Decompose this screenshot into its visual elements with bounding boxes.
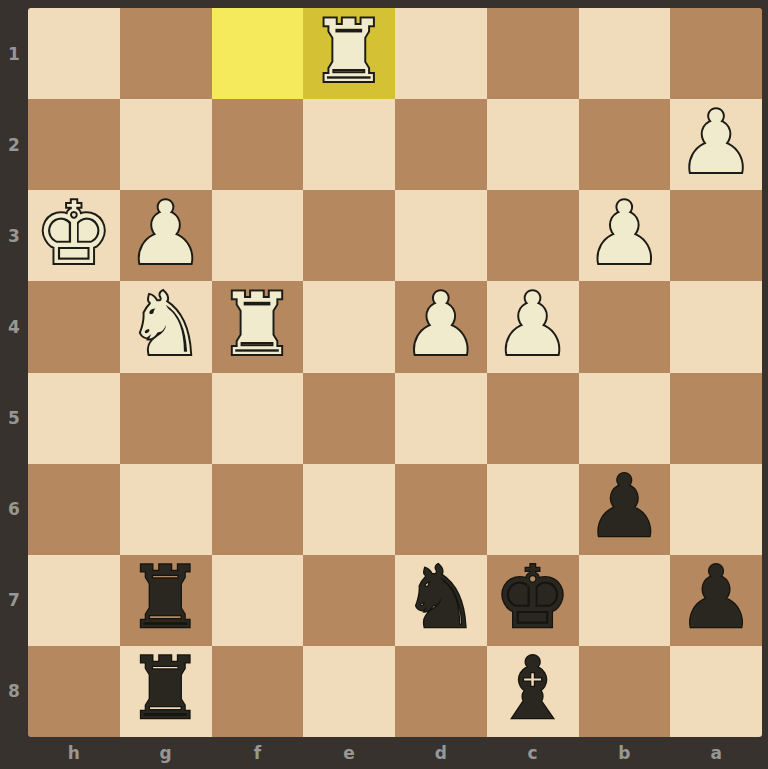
file-label-a: a [670,737,762,769]
square-g5[interactable] [120,373,212,464]
square-b2[interactable] [579,99,671,190]
square-h1[interactable] [28,8,120,99]
square-d8[interactable] [395,646,487,737]
square-d6[interactable] [395,464,487,555]
square-b4[interactable] [579,281,671,372]
square-d1[interactable] [395,8,487,99]
square-g1[interactable] [120,8,212,99]
square-e6[interactable] [303,464,395,555]
rank-label-7: 7 [0,555,28,646]
square-a2[interactable]: ♟ [670,99,762,190]
square-f3[interactable] [212,190,304,281]
piece-black-pawn[interactable]: ♟ [678,554,755,640]
square-f1[interactable] [212,8,304,99]
square-h7[interactable] [28,555,120,646]
file-label-d: d [395,737,487,769]
file-label-f: f [212,737,304,769]
square-e5[interactable] [303,373,395,464]
chess-board: ♜♟♚♟♟♞♜♟♟♟♜♞♚♟♜♝ [28,8,762,737]
rank-label-1: 1 [0,8,28,99]
file-label-h: h [28,737,120,769]
piece-white-rook[interactable]: ♜ [219,281,296,367]
square-f7[interactable] [212,555,304,646]
square-h4[interactable] [28,281,120,372]
square-a7[interactable]: ♟ [670,555,762,646]
square-g4[interactable]: ♞ [120,281,212,372]
square-e4[interactable] [303,281,395,372]
square-h6[interactable] [28,464,120,555]
piece-black-rook[interactable]: ♜ [127,645,204,731]
file-label-b: b [579,737,671,769]
square-b8[interactable] [579,646,671,737]
piece-black-knight[interactable]: ♞ [402,554,479,640]
square-g8[interactable]: ♜ [120,646,212,737]
square-d3[interactable] [395,190,487,281]
piece-white-king[interactable]: ♚ [35,190,112,276]
square-e3[interactable] [303,190,395,281]
square-e7[interactable] [303,555,395,646]
square-c3[interactable] [487,190,579,281]
square-b7[interactable] [579,555,671,646]
square-b5[interactable] [579,373,671,464]
square-a4[interactable] [670,281,762,372]
square-d7[interactable]: ♞ [395,555,487,646]
square-e8[interactable] [303,646,395,737]
square-g7[interactable]: ♜ [120,555,212,646]
square-a8[interactable] [670,646,762,737]
square-c7[interactable]: ♚ [487,555,579,646]
square-g3[interactable]: ♟ [120,190,212,281]
square-c1[interactable] [487,8,579,99]
square-a3[interactable] [670,190,762,281]
piece-white-pawn[interactable]: ♟ [127,190,204,276]
square-f6[interactable] [212,464,304,555]
square-c2[interactable] [487,99,579,190]
piece-white-rook[interactable]: ♜ [311,8,388,94]
piece-white-pawn[interactable]: ♟ [402,281,479,367]
chess-app-window: ♜♟♚♟♟♞♜♟♟♟♜♞♚♟♜♝ 12345678hgfedcba [0,0,768,769]
rank-label-5: 5 [0,373,28,464]
rank-label-4: 4 [0,281,28,372]
square-g6[interactable] [120,464,212,555]
square-h8[interactable] [28,646,120,737]
square-d2[interactable] [395,99,487,190]
square-c4[interactable]: ♟ [487,281,579,372]
square-a6[interactable] [670,464,762,555]
square-e1[interactable]: ♜ [303,8,395,99]
square-b6[interactable]: ♟ [579,464,671,555]
square-b1[interactable] [579,8,671,99]
square-d4[interactable]: ♟ [395,281,487,372]
square-a5[interactable] [670,373,762,464]
file-label-g: g [120,737,212,769]
file-label-c: c [487,737,579,769]
square-f8[interactable] [212,646,304,737]
piece-white-knight[interactable]: ♞ [127,281,204,367]
piece-black-bishop[interactable]: ♝ [494,645,571,731]
square-a1[interactable] [670,8,762,99]
file-label-e: e [303,737,395,769]
piece-white-pawn[interactable]: ♟ [678,99,755,185]
square-h3[interactable]: ♚ [28,190,120,281]
square-c8[interactable]: ♝ [487,646,579,737]
piece-black-rook[interactable]: ♜ [127,554,204,640]
rank-label-8: 8 [0,646,28,737]
rank-label-2: 2 [0,99,28,190]
square-b3[interactable]: ♟ [579,190,671,281]
rank-label-3: 3 [0,190,28,281]
square-e2[interactable] [303,99,395,190]
piece-white-pawn[interactable]: ♟ [494,281,571,367]
piece-white-pawn[interactable]: ♟ [586,190,663,276]
square-f2[interactable] [212,99,304,190]
rank-label-6: 6 [0,464,28,555]
piece-black-king[interactable]: ♚ [494,554,571,640]
square-h2[interactable] [28,99,120,190]
square-g2[interactable] [120,99,212,190]
square-d5[interactable] [395,373,487,464]
square-f4[interactable]: ♜ [212,281,304,372]
square-c5[interactable] [487,373,579,464]
square-h5[interactable] [28,373,120,464]
square-c6[interactable] [487,464,579,555]
piece-black-pawn[interactable]: ♟ [586,463,663,549]
square-f5[interactable] [212,373,304,464]
